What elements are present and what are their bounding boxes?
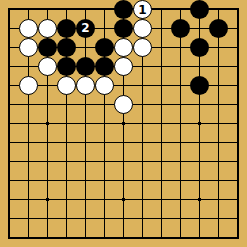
intersection-2-11[interactable]: [38, 209, 57, 228]
intersection-2-2[interactable]: [38, 38, 57, 57]
intersection-7-10[interactable]: [133, 190, 152, 209]
hoshi-point: [122, 122, 125, 125]
intersection-10-0[interactable]: [190, 0, 209, 19]
black-stone: [190, 76, 209, 95]
intersection-5-1[interactable]: [95, 19, 114, 38]
intersection-10-12[interactable]: [190, 228, 209, 247]
intersection-6-2[interactable]: [114, 38, 133, 57]
intersection-6-4[interactable]: [114, 76, 133, 95]
black-stone: [171, 19, 190, 38]
intersection-2-4[interactable]: [38, 76, 57, 95]
intersection-2-0[interactable]: [38, 0, 57, 19]
black-stone: 2: [76, 19, 95, 38]
intersection-4-10[interactable]: [76, 190, 95, 209]
intersection-6-8[interactable]: [114, 152, 133, 171]
intersection-8-5[interactable]: [152, 95, 171, 114]
intersection-3-9[interactable]: [57, 171, 76, 190]
intersection-11-8[interactable]: [209, 152, 228, 171]
intersection-3-1[interactable]: [57, 19, 76, 38]
intersection-4-7[interactable]: [76, 133, 95, 152]
intersection-8-8[interactable]: [152, 152, 171, 171]
intersection-0-11[interactable]: [0, 209, 19, 228]
white-stone: [114, 95, 133, 114]
intersection-4-0[interactable]: [76, 0, 95, 19]
intersection-7-8[interactable]: [133, 152, 152, 171]
intersection-11-7[interactable]: [209, 133, 228, 152]
white-stone: [38, 57, 57, 76]
intersection-3-5[interactable]: [57, 95, 76, 114]
intersection-7-7[interactable]: [133, 133, 152, 152]
intersection-6-5[interactable]: [114, 95, 133, 114]
black-stone: [95, 57, 114, 76]
intersection-9-9[interactable]: [171, 171, 190, 190]
black-stone: [57, 57, 76, 76]
intersection-5-3[interactable]: [95, 57, 114, 76]
white-stone: 1: [133, 0, 152, 19]
intersection-12-0[interactable]: [228, 0, 247, 19]
intersection-11-4[interactable]: [209, 76, 228, 95]
white-stone: [133, 38, 152, 57]
intersection-6-6[interactable]: [114, 114, 133, 133]
intersection-0-5[interactable]: [0, 95, 19, 114]
intersection-2-1[interactable]: [38, 19, 57, 38]
white-stone: [19, 76, 38, 95]
intersection-11-9[interactable]: [209, 171, 228, 190]
intersection-7-5[interactable]: [133, 95, 152, 114]
intersection-8-11[interactable]: [152, 209, 171, 228]
intersection-4-11[interactable]: [76, 209, 95, 228]
intersection-11-12[interactable]: [209, 228, 228, 247]
intersection-4-9[interactable]: [76, 171, 95, 190]
intersection-9-4[interactable]: [171, 76, 190, 95]
intersection-9-10[interactable]: [171, 190, 190, 209]
intersection-9-11[interactable]: [171, 209, 190, 228]
black-stone: [114, 0, 133, 19]
intersection-11-11[interactable]: [209, 209, 228, 228]
intersection-12-9[interactable]: [228, 171, 247, 190]
intersection-1-8[interactable]: [19, 152, 38, 171]
intersection-4-8[interactable]: [76, 152, 95, 171]
intersection-12-11[interactable]: [228, 209, 247, 228]
intersection-8-10[interactable]: [152, 190, 171, 209]
intersection-0-8[interactable]: [0, 152, 19, 171]
intersection-0-7[interactable]: [0, 133, 19, 152]
intersection-0-12[interactable]: [0, 228, 19, 247]
intersection-1-12[interactable]: [19, 228, 38, 247]
white-stone: [19, 38, 38, 57]
intersection-11-10[interactable]: [209, 190, 228, 209]
intersection-4-12[interactable]: [76, 228, 95, 247]
black-stone: [209, 19, 228, 38]
intersection-3-3[interactable]: [57, 57, 76, 76]
intersection-7-0[interactable]: 1: [133, 0, 152, 19]
intersection-8-9[interactable]: [152, 171, 171, 190]
intersection-10-7[interactable]: [190, 133, 209, 152]
intersection-1-5[interactable]: [19, 95, 38, 114]
intersection-0-4[interactable]: [0, 76, 19, 95]
intersection-6-11[interactable]: [114, 209, 133, 228]
intersection-9-1[interactable]: [171, 19, 190, 38]
white-stone: [133, 19, 152, 38]
intersection-9-2[interactable]: [171, 38, 190, 57]
intersection-7-1[interactable]: [133, 19, 152, 38]
intersection-4-2[interactable]: [76, 38, 95, 57]
intersection-5-9[interactable]: [95, 171, 114, 190]
intersection-6-12[interactable]: [114, 228, 133, 247]
intersection-7-12[interactable]: [133, 228, 152, 247]
intersection-6-10[interactable]: [114, 190, 133, 209]
move-number-label: 2: [76, 19, 95, 37]
black-stone: [190, 38, 209, 57]
intersection-8-4[interactable]: [152, 76, 171, 95]
white-stone: [19, 19, 38, 38]
intersection-7-3[interactable]: [133, 57, 152, 76]
intersection-3-0[interactable]: [57, 0, 76, 19]
intersection-10-4[interactable]: [190, 76, 209, 95]
intersection-3-12[interactable]: [57, 228, 76, 247]
intersection-2-9[interactable]: [38, 171, 57, 190]
intersection-12-5[interactable]: [228, 95, 247, 114]
intersection-3-7[interactable]: [57, 133, 76, 152]
intersection-2-12[interactable]: [38, 228, 57, 247]
intersection-11-0[interactable]: [209, 0, 228, 19]
intersection-1-3[interactable]: [19, 57, 38, 76]
intersection-8-7[interactable]: [152, 133, 171, 152]
intersection-12-3[interactable]: [228, 57, 247, 76]
intersection-12-10[interactable]: [228, 190, 247, 209]
intersection-10-11[interactable]: [190, 209, 209, 228]
intersection-8-12[interactable]: [152, 228, 171, 247]
white-stone: [114, 38, 133, 57]
black-stone: [57, 19, 76, 38]
intersection-2-8[interactable]: [38, 152, 57, 171]
intersection-9-12[interactable]: [171, 228, 190, 247]
intersection-2-7[interactable]: [38, 133, 57, 152]
intersection-5-10[interactable]: [95, 190, 114, 209]
black-stone: [114, 19, 133, 38]
intersection-2-6[interactable]: [38, 114, 57, 133]
white-stone: [76, 76, 95, 95]
hoshi-point: [198, 198, 201, 201]
white-stone: [57, 76, 76, 95]
intersection-7-4[interactable]: [133, 76, 152, 95]
hoshi-point: [46, 198, 49, 201]
intersection-4-1[interactable]: 2: [76, 19, 95, 38]
intersection-10-2[interactable]: [190, 38, 209, 57]
intersection-5-12[interactable]: [95, 228, 114, 247]
intersection-4-6[interactable]: [76, 114, 95, 133]
intersection-3-6[interactable]: [57, 114, 76, 133]
hoshi-point: [122, 198, 125, 201]
intersection-12-8[interactable]: [228, 152, 247, 171]
intersection-6-1[interactable]: [114, 19, 133, 38]
hoshi-point: [198, 122, 201, 125]
black-stone: [95, 38, 114, 57]
intersection-5-4[interactable]: [95, 76, 114, 95]
intersection-9-5[interactable]: [171, 95, 190, 114]
intersection-4-3[interactable]: [76, 57, 95, 76]
go-board: 12: [0, 0, 247, 247]
intersection-3-4[interactable]: [57, 76, 76, 95]
intersection-7-6[interactable]: [133, 114, 152, 133]
black-stone: [57, 38, 76, 57]
intersection-1-10[interactable]: [19, 190, 38, 209]
move-number-label: 1: [134, 1, 151, 19]
intersection-12-4[interactable]: [228, 76, 247, 95]
intersection-11-5[interactable]: [209, 95, 228, 114]
intersection-5-8[interactable]: [95, 152, 114, 171]
intersection-0-10[interactable]: [0, 190, 19, 209]
intersection-8-0[interactable]: [152, 0, 171, 19]
intersection-9-8[interactable]: [171, 152, 190, 171]
intersection-5-11[interactable]: [95, 209, 114, 228]
intersection-1-0[interactable]: [19, 0, 38, 19]
intersection-8-6[interactable]: [152, 114, 171, 133]
intersection-11-3[interactable]: [209, 57, 228, 76]
intersection-12-2[interactable]: [228, 38, 247, 57]
intersection-1-11[interactable]: [19, 209, 38, 228]
intersection-0-9[interactable]: [0, 171, 19, 190]
intersection-8-1[interactable]: [152, 19, 171, 38]
intersection-0-0[interactable]: [0, 0, 19, 19]
intersection-3-11[interactable]: [57, 209, 76, 228]
intersection-0-6[interactable]: [0, 114, 19, 133]
intersection-4-4[interactable]: [76, 76, 95, 95]
intersection-1-9[interactable]: [19, 171, 38, 190]
intersection-12-12[interactable]: [228, 228, 247, 247]
intersection-3-2[interactable]: [57, 38, 76, 57]
intersection-1-6[interactable]: [19, 114, 38, 133]
intersection-7-11[interactable]: [133, 209, 152, 228]
intersection-7-9[interactable]: [133, 171, 152, 190]
intersection-10-8[interactable]: [190, 152, 209, 171]
intersection-11-6[interactable]: [209, 114, 228, 133]
intersection-6-0[interactable]: [114, 0, 133, 19]
intersection-12-7[interactable]: [228, 133, 247, 152]
black-stone: [76, 57, 95, 76]
white-stone: [114, 57, 133, 76]
white-stone: [95, 76, 114, 95]
intersection-10-10[interactable]: [190, 190, 209, 209]
intersection-11-2[interactable]: [209, 38, 228, 57]
intersection-10-6[interactable]: [190, 114, 209, 133]
intersection-1-2[interactable]: [19, 38, 38, 57]
intersection-2-5[interactable]: [38, 95, 57, 114]
intersection-5-2[interactable]: [95, 38, 114, 57]
intersection-8-2[interactable]: [152, 38, 171, 57]
intersection-2-3[interactable]: [38, 57, 57, 76]
intersection-9-6[interactable]: [171, 114, 190, 133]
intersection-1-7[interactable]: [19, 133, 38, 152]
intersection-5-6[interactable]: [95, 114, 114, 133]
intersection-0-3[interactable]: [0, 57, 19, 76]
intersection-4-5[interactable]: [76, 95, 95, 114]
intersection-2-10[interactable]: [38, 190, 57, 209]
intersection-10-3[interactable]: [190, 57, 209, 76]
intersection-9-7[interactable]: [171, 133, 190, 152]
intersection-0-2[interactable]: [0, 38, 19, 57]
intersection-10-9[interactable]: [190, 171, 209, 190]
intersection-10-1[interactable]: [190, 19, 209, 38]
intersection-0-1[interactable]: [0, 19, 19, 38]
white-stone: [38, 19, 57, 38]
black-stone: [38, 38, 57, 57]
intersection-3-8[interactable]: [57, 152, 76, 171]
intersection-12-6[interactable]: [228, 114, 247, 133]
intersection-5-7[interactable]: [95, 133, 114, 152]
intersection-10-5[interactable]: [190, 95, 209, 114]
intersection-3-10[interactable]: [57, 190, 76, 209]
intersection-5-5[interactable]: [95, 95, 114, 114]
intersection-5-0[interactable]: [95, 0, 114, 19]
intersection-8-3[interactable]: [152, 57, 171, 76]
black-stone: [190, 0, 209, 19]
intersection-6-9[interactable]: [114, 171, 133, 190]
intersection-12-1[interactable]: [228, 19, 247, 38]
hoshi-point: [46, 122, 49, 125]
intersection-7-2[interactable]: [133, 38, 152, 57]
intersection-11-1[interactable]: [209, 19, 228, 38]
intersection-6-3[interactable]: [114, 57, 133, 76]
intersection-1-4[interactable]: [19, 76, 38, 95]
intersection-6-7[interactable]: [114, 133, 133, 152]
intersection-9-0[interactable]: [171, 0, 190, 19]
intersection-9-3[interactable]: [171, 57, 190, 76]
intersection-1-1[interactable]: [19, 19, 38, 38]
